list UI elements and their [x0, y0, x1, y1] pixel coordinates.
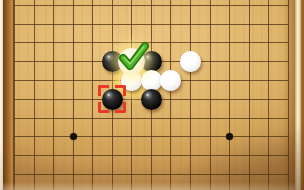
- bracket-corner: [115, 102, 126, 113]
- board-right-shadow: [282, 0, 295, 190]
- grid-vertical-line: [92, 0, 93, 190]
- grid-vertical-line: [229, 0, 230, 190]
- selected-stone-brackets-marker: [98, 85, 126, 113]
- grid-vertical-line: [210, 0, 211, 190]
- grid-vertical-line: [190, 0, 191, 190]
- grid-horizontal-line: [14, 136, 289, 137]
- check-icon: [115, 41, 151, 73]
- bracket-corner: [98, 85, 109, 96]
- board-right-outer-edge: [301, 0, 304, 190]
- grid-horizontal-line: [14, 155, 289, 156]
- grid-vertical-line: [53, 0, 54, 190]
- grid-horizontal-line: [14, 24, 289, 25]
- grid-vertical-line: [131, 0, 132, 190]
- gomoku-app-screen: [0, 0, 304, 190]
- grid-vertical-line: [34, 0, 35, 190]
- star-point: [70, 133, 77, 140]
- grid-vertical-line: [170, 0, 171, 190]
- bracket-corner: [98, 102, 109, 113]
- board-left-side-edge: [3, 0, 14, 190]
- grid-horizontal-line: [14, 174, 289, 175]
- grid-vertical-line: [268, 0, 269, 190]
- grid-vertical-line: [249, 0, 250, 190]
- white-stone[interactable]: [141, 70, 162, 91]
- grid-horizontal-line: [14, 118, 289, 119]
- black-stone[interactable]: [141, 89, 162, 110]
- grid-vertical-line: [14, 0, 15, 190]
- grid-horizontal-line: [14, 42, 289, 43]
- board-bottom-edge: [3, 182, 295, 190]
- grid-vertical-line: [73, 0, 74, 190]
- white-stone[interactable]: [180, 51, 201, 72]
- bracket-corner: [115, 85, 126, 96]
- grid-horizontal-line: [14, 5, 289, 6]
